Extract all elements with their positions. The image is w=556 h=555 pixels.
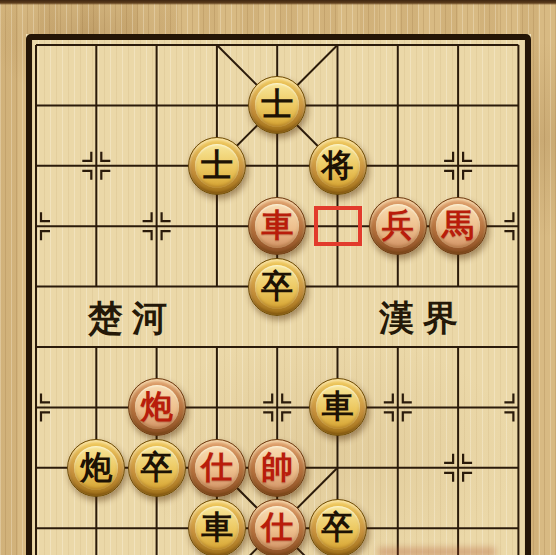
piece-glyph: 炮 xyxy=(141,390,173,422)
piece-glyph: 帥 xyxy=(261,451,293,483)
piece-black-cannon[interactable]: 炮 xyxy=(67,439,125,497)
piece-red-chariot[interactable]: 車 xyxy=(248,197,306,255)
piece-glyph: 車 xyxy=(322,390,354,422)
piece-glyph: 兵 xyxy=(382,209,414,241)
piece-black-advisor[interactable]: 士 xyxy=(248,76,306,134)
piece-black-soldier[interactable]: 卒 xyxy=(248,258,306,316)
piece-black-soldier[interactable]: 卒 xyxy=(128,439,186,497)
piece-glyph: 炮 xyxy=(80,451,112,483)
piece-black-advisor[interactable]: 士 xyxy=(188,137,246,195)
piece-red-advisor[interactable]: 仕 xyxy=(248,499,306,555)
piece-glyph: 仕 xyxy=(201,451,233,483)
piece-black-chariot[interactable]: 車 xyxy=(188,499,246,555)
piece-glyph: 士 xyxy=(261,88,293,120)
piece-glyph: 車 xyxy=(201,511,233,543)
bottom-edge-artifact xyxy=(378,547,496,555)
piece-glyph: 馬 xyxy=(442,209,474,241)
piece-black-general[interactable]: 将 xyxy=(309,137,367,195)
piece-glyph: 卒 xyxy=(141,451,173,483)
pieces-grid: 士士将車兵馬卒炮車炮卒仕帥車仕卒 xyxy=(6,15,549,555)
piece-glyph: 卒 xyxy=(322,511,354,543)
last-move-marker xyxy=(314,206,362,246)
piece-red-cannon[interactable]: 炮 xyxy=(128,378,186,436)
piece-red-horse[interactable]: 馬 xyxy=(429,197,487,255)
piece-glyph: 将 xyxy=(322,149,354,181)
piece-black-chariot[interactable]: 車 xyxy=(309,378,367,436)
piece-red-general[interactable]: 帥 xyxy=(248,439,306,497)
piece-glyph: 卒 xyxy=(261,270,293,302)
piece-black-soldier[interactable]: 卒 xyxy=(309,499,367,555)
piece-glyph: 車 xyxy=(261,209,293,241)
piece-glyph: 士 xyxy=(201,149,233,181)
xiangqi-app: 楚河 漢界 士士将車兵馬卒炮車炮卒仕帥車仕卒 xyxy=(0,0,556,555)
piece-red-advisor[interactable]: 仕 xyxy=(188,439,246,497)
piece-glyph: 仕 xyxy=(261,511,293,543)
piece-red-soldier[interactable]: 兵 xyxy=(369,197,427,255)
